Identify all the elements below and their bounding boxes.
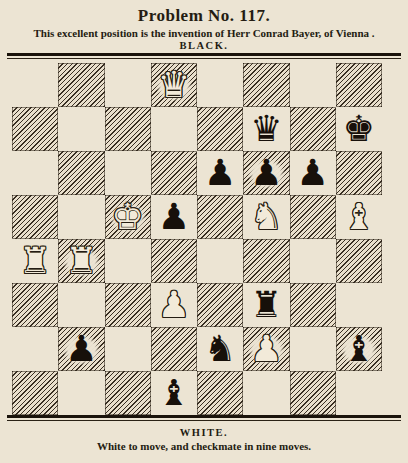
piece-white-bishop-h5: ♝ [336,195,382,239]
square-f3: ♜ [243,283,289,327]
square-d1: ♝ [151,371,197,415]
piece-white-rook-a4: ♜ [12,239,58,283]
square-h6 [336,151,382,195]
square-g7 [290,107,336,151]
square-g3 [290,283,336,327]
square-e7 [197,107,243,151]
square-h7: ♚ [336,107,382,151]
square-e1 [197,371,243,415]
square-g2 [290,327,336,371]
chess-board: ♛♛♚♟♟♟♚♟♞♝♜♜♟♜♟♞♟♝♝ [12,63,382,415]
square-c4 [105,239,151,283]
piece-black-pawn-b2: ♟ [58,327,104,371]
square-a8 [12,63,58,107]
square-f8 [243,63,289,107]
square-d4 [151,239,197,283]
piece-black-queen-f7: ♛ [243,107,289,151]
piece-black-king-h7: ♚ [336,107,382,151]
square-c6 [105,151,151,195]
piece-white-knight-f5: ♞ [243,195,289,239]
square-a2 [12,327,58,371]
piece-black-pawn-d5: ♟ [151,195,197,239]
square-a5 [12,195,58,239]
square-f5: ♞ [243,195,289,239]
square-b4: ♜ [58,239,104,283]
piece-white-rook-b4: ♜ [58,239,104,283]
square-c3 [105,283,151,327]
square-d8: ♛ [151,63,197,107]
square-d7 [151,107,197,151]
square-h4 [336,239,382,283]
piece-black-rook-f3: ♜ [243,283,289,327]
square-c1 [105,371,151,415]
piece-white-pawn-f2: ♟ [243,327,289,371]
square-a4: ♜ [12,239,58,283]
square-h1 [336,371,382,415]
square-e4 [197,239,243,283]
square-e5 [197,195,243,239]
black-side-label: BLACK. [0,40,408,51]
top-rule [7,53,401,59]
square-g5 [290,195,336,239]
piece-black-pawn-e6: ♟ [197,151,243,195]
square-b7 [58,107,104,151]
square-f6: ♟ [243,151,289,195]
square-b5 [58,195,104,239]
square-a3 [12,283,58,327]
stipulation-text: White to move, and checkmate in nine mov… [0,440,408,452]
piece-white-king-c5: ♚ [105,195,151,239]
piece-white-queen-d8: ♛ [151,63,197,107]
square-c5: ♚ [105,195,151,239]
piece-black-bishop-h2: ♝ [336,327,382,371]
square-h2: ♝ [336,327,382,371]
piece-white-pawn-d3: ♟ [151,283,197,327]
square-a7 [12,107,58,151]
square-h3 [336,283,382,327]
square-h8 [336,63,382,107]
square-b8 [58,63,104,107]
square-b3 [58,283,104,327]
square-d5: ♟ [151,195,197,239]
square-g1 [290,371,336,415]
square-c8 [105,63,151,107]
piece-black-bishop-d1: ♝ [151,371,197,415]
square-h5: ♝ [336,195,382,239]
square-b1 [58,371,104,415]
white-side-label: WHITE. [0,427,408,438]
square-d2 [151,327,197,371]
square-b2: ♟ [58,327,104,371]
square-f7: ♛ [243,107,289,151]
square-b6 [58,151,104,195]
square-d3: ♟ [151,283,197,327]
piece-black-pawn-f6: ♟ [243,151,289,195]
printed-page: Problem No. 117. This excellent position… [0,0,408,463]
square-g8 [290,63,336,107]
square-a6 [12,151,58,195]
square-g4 [290,239,336,283]
square-c7 [105,107,151,151]
square-e2: ♞ [197,327,243,371]
problem-subtitle: This excellent position is the invention… [0,27,408,39]
square-f2: ♟ [243,327,289,371]
bottom-rule [7,415,401,421]
square-f4 [243,239,289,283]
piece-black-pawn-g6: ♟ [290,151,336,195]
square-g6: ♟ [290,151,336,195]
problem-title: Problem No. 117. [0,0,408,26]
square-e8 [197,63,243,107]
square-e3 [197,283,243,327]
square-a1 [12,371,58,415]
piece-black-knight-e2: ♞ [197,327,243,371]
square-e6: ♟ [197,151,243,195]
square-f1 [243,371,289,415]
square-c2 [105,327,151,371]
square-d6 [151,151,197,195]
